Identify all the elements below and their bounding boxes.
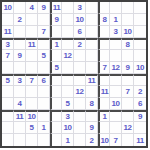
cell-r7c9[interactable]: [98, 74, 110, 86]
cell-r11c7[interactable]: [74, 122, 86, 134]
cell-r12c6[interactable]: 1: [62, 134, 74, 146]
cell-r9c7[interactable]: [74, 98, 86, 110]
cell-r8c7[interactable]: 12: [74, 86, 86, 98]
cell-r8c12[interactable]: 2: [134, 86, 146, 98]
cell-r8c8[interactable]: [86, 86, 98, 98]
cell-r6c1[interactable]: [2, 62, 14, 74]
cell-r5c8[interactable]: [86, 50, 98, 62]
cell-r3c7[interactable]: 6: [74, 26, 86, 38]
cell-r9c12[interactable]: 6: [134, 98, 146, 110]
cell-r10c8[interactable]: [86, 110, 98, 122]
cell-r8c4[interactable]: [38, 86, 50, 98]
cell-r10c3[interactable]: 10: [26, 110, 38, 122]
cell-r5c6[interactable]: 12: [62, 50, 74, 62]
cell-r1c8[interactable]: [86, 2, 98, 14]
cell-r9c5[interactable]: [50, 98, 62, 110]
cell-r3c2[interactable]: [14, 26, 26, 38]
cell-r11c2[interactable]: [14, 122, 26, 134]
cell-r7c7[interactable]: [74, 74, 86, 86]
cell-r5c4[interactable]: 5: [38, 50, 50, 62]
cell-r4c4[interactable]: [38, 38, 50, 50]
cell-r1c7[interactable]: 3: [74, 2, 86, 14]
cell-r1c11[interactable]: [122, 2, 134, 14]
cell-r10c10[interactable]: [110, 110, 122, 122]
cell-r2c12[interactable]: [134, 14, 146, 26]
cell-r3c12[interactable]: [134, 26, 146, 38]
cell-r10c7[interactable]: [74, 110, 86, 122]
cell-r10c11[interactable]: [122, 110, 134, 122]
cell-r2c4[interactable]: [38, 14, 50, 26]
cell-r3c10[interactable]: 3: [110, 26, 122, 38]
cell-r6c5[interactable]: 5: [50, 62, 62, 74]
cell-r7c2[interactable]: 3: [14, 74, 26, 86]
sudoku-board: 1049113291081117631031112879512571291053…: [0, 0, 148, 148]
cell-r3c11[interactable]: 10: [122, 26, 134, 38]
cell-r12c8[interactable]: 2: [86, 134, 98, 146]
cell-r11c4[interactable]: 1: [38, 122, 50, 134]
cell-r1c2[interactable]: [14, 2, 26, 14]
cell-r10c6[interactable]: 3: [62, 110, 74, 122]
cell-r9c6[interactable]: 5: [62, 98, 74, 110]
cell-r2c6[interactable]: [62, 14, 74, 26]
cell-r5c5[interactable]: [50, 50, 62, 62]
cell-r7c12[interactable]: [134, 74, 146, 86]
cell-r4c1[interactable]: 3: [2, 38, 14, 50]
cell-r10c4[interactable]: [38, 110, 50, 122]
cell-r11c9[interactable]: [98, 122, 110, 134]
cell-r12c7[interactable]: [74, 134, 86, 146]
cell-r4c11[interactable]: 8: [122, 38, 134, 50]
cell-r6c11[interactable]: 9: [122, 62, 134, 74]
cell-r2c9[interactable]: 8: [98, 14, 110, 26]
cell-r3c1[interactable]: 11: [2, 26, 14, 38]
cell-r12c12[interactable]: 11: [134, 134, 146, 146]
cell-r4c7[interactable]: 2: [74, 38, 86, 50]
cell-r11c5[interactable]: [50, 122, 62, 134]
cell-r5c7[interactable]: [74, 50, 86, 62]
cell-r11c11[interactable]: 12: [122, 122, 134, 134]
cell-r5c11[interactable]: [122, 50, 134, 62]
cell-r1c3[interactable]: 4: [26, 2, 38, 14]
cell-r6c6[interactable]: [62, 62, 74, 74]
cell-r1c1[interactable]: 10: [2, 2, 14, 14]
cell-r1c12[interactable]: [134, 2, 146, 14]
cell-r2c8[interactable]: [86, 14, 98, 26]
cell-r1c4[interactable]: 9: [38, 2, 50, 14]
cell-r7c1[interactable]: 5: [2, 74, 14, 86]
cell-r5c3[interactable]: [26, 50, 38, 62]
cell-r2c1[interactable]: [2, 14, 14, 26]
cell-r4c6[interactable]: [62, 38, 74, 50]
cell-r11c12[interactable]: [134, 122, 146, 134]
cell-r4c10[interactable]: [110, 38, 122, 50]
cell-r4c5[interactable]: 1: [50, 38, 62, 50]
cell-r10c12[interactable]: 9: [134, 110, 146, 122]
cell-r6c9[interactable]: 7: [98, 62, 110, 74]
cell-r5c9[interactable]: [98, 50, 110, 62]
cell-r7c5[interactable]: [50, 74, 62, 86]
cell-r10c2[interactable]: 11: [14, 110, 26, 122]
cell-r7c4[interactable]: 6: [38, 74, 50, 86]
cell-r8c5[interactable]: [50, 86, 62, 98]
cell-r6c3[interactable]: [26, 62, 38, 74]
cell-r3c3[interactable]: [26, 26, 38, 38]
cell-r4c9[interactable]: [98, 38, 110, 50]
cell-r12c9[interactable]: 10: [98, 134, 110, 146]
cell-r3c4[interactable]: 7: [38, 26, 50, 38]
cell-r2c7[interactable]: 10: [74, 14, 86, 26]
cell-r1c9[interactable]: [98, 2, 110, 14]
cell-r10c5[interactable]: [50, 110, 62, 122]
cell-r5c1[interactable]: 7: [2, 50, 14, 62]
cell-r3c9[interactable]: [98, 26, 110, 38]
cell-r5c12[interactable]: [134, 50, 146, 62]
cell-r11c10[interactable]: [110, 122, 122, 134]
cell-r6c10[interactable]: 12: [110, 62, 122, 74]
cell-r8c1[interactable]: [2, 86, 14, 98]
cell-r11c1[interactable]: [2, 122, 14, 134]
cell-r11c6[interactable]: 10: [62, 122, 74, 134]
cell-r8c9[interactable]: 11: [98, 86, 110, 98]
cell-r12c4[interactable]: [38, 134, 50, 146]
cell-r6c12[interactable]: 10: [134, 62, 146, 74]
cell-r4c2[interactable]: [14, 38, 26, 50]
cell-r12c1[interactable]: [2, 134, 14, 146]
cell-r8c3[interactable]: [26, 86, 38, 98]
cell-r4c8[interactable]: [86, 38, 98, 50]
cell-r6c8[interactable]: [86, 62, 98, 74]
cell-r11c3[interactable]: 5: [26, 122, 38, 134]
cell-r12c3[interactable]: [26, 134, 38, 146]
cell-r3c5[interactable]: [50, 26, 62, 38]
cell-r9c4[interactable]: [38, 98, 50, 110]
cell-r9c10[interactable]: 10: [110, 98, 122, 110]
cell-r10c9[interactable]: 1: [98, 110, 110, 122]
cell-r9c3[interactable]: [26, 98, 38, 110]
cell-r7c8[interactable]: 11: [86, 74, 98, 86]
cell-r1c10[interactable]: [110, 2, 122, 14]
cell-r4c3[interactable]: 11: [26, 38, 38, 50]
cell-r8c10[interactable]: [110, 86, 122, 98]
cell-r1c6[interactable]: [62, 2, 74, 14]
cell-r8c2[interactable]: [14, 86, 26, 98]
cell-r10c1[interactable]: [2, 110, 14, 122]
cell-r8c6[interactable]: [62, 86, 74, 98]
cell-r5c2[interactable]: 9: [14, 50, 26, 62]
cell-r5c10[interactable]: [110, 50, 122, 62]
cell-r2c2[interactable]: 2: [14, 14, 26, 26]
cell-r3c8[interactable]: [86, 26, 98, 38]
cell-r12c2[interactable]: [14, 134, 26, 146]
cell-r11c8[interactable]: 9: [86, 122, 98, 134]
cell-r6c7[interactable]: [74, 62, 86, 74]
cell-r9c11[interactable]: [122, 98, 134, 110]
cell-r2c11[interactable]: [122, 14, 134, 26]
cell-r9c1[interactable]: [2, 98, 14, 110]
cell-r12c10[interactable]: 7: [110, 134, 122, 146]
cell-r9c8[interactable]: 8: [86, 98, 98, 110]
cell-r2c10[interactable]: 1: [110, 14, 122, 26]
cell-r12c11[interactable]: [122, 134, 134, 146]
cell-r7c6[interactable]: [62, 74, 74, 86]
cell-r2c5[interactable]: 9: [50, 14, 62, 26]
cell-r3c6[interactable]: [62, 26, 74, 38]
cell-r6c4[interactable]: [38, 62, 50, 74]
cell-r7c11[interactable]: [122, 74, 134, 86]
cell-r9c2[interactable]: 4: [14, 98, 26, 110]
cell-r7c3[interactable]: 7: [26, 74, 38, 86]
cell-r2c3[interactable]: [26, 14, 38, 26]
cell-r1c5[interactable]: 11: [50, 2, 62, 14]
cell-r7c10[interactable]: [110, 74, 122, 86]
cell-r12c5[interactable]: [50, 134, 62, 146]
cell-r8c11[interactable]: 7: [122, 86, 134, 98]
cell-r4c12[interactable]: [134, 38, 146, 50]
cell-r9c9[interactable]: [98, 98, 110, 110]
cell-r6c2[interactable]: [14, 62, 26, 74]
